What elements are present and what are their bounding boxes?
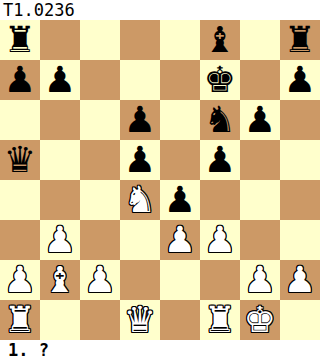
- square-a6[interactable]: [0, 100, 40, 140]
- square-h7[interactable]: ♟: [280, 60, 320, 100]
- square-g5[interactable]: [240, 140, 280, 180]
- square-a1[interactable]: ♜: [0, 300, 40, 340]
- square-b3[interactable]: ♟: [40, 220, 80, 260]
- black-rook[interactable]: ♜: [284, 20, 316, 60]
- square-c4[interactable]: [80, 180, 120, 220]
- black-rook[interactable]: ♜: [4, 20, 36, 60]
- square-d8[interactable]: [120, 20, 160, 60]
- black-pawn[interactable]: ♟: [124, 100, 156, 140]
- white-bishop[interactable]: ♝: [44, 260, 76, 300]
- white-knight[interactable]: ♞: [124, 180, 156, 220]
- square-c5[interactable]: [80, 140, 120, 180]
- puzzle-id-label: T1.0236: [0, 0, 75, 20]
- square-g8[interactable]: [240, 20, 280, 60]
- square-b7[interactable]: ♟: [40, 60, 80, 100]
- square-a5[interactable]: ♛: [0, 140, 40, 180]
- square-e3[interactable]: ♟: [160, 220, 200, 260]
- black-knight[interactable]: ♞: [204, 100, 236, 140]
- square-b1[interactable]: [40, 300, 80, 340]
- square-d4[interactable]: ♞: [120, 180, 160, 220]
- square-d2[interactable]: [120, 260, 160, 300]
- square-e8[interactable]: [160, 20, 200, 60]
- square-a8[interactable]: ♜: [0, 20, 40, 60]
- square-c2[interactable]: ♟: [80, 260, 120, 300]
- white-rook[interactable]: ♜: [204, 300, 236, 340]
- square-h8[interactable]: ♜: [280, 20, 320, 60]
- square-a4[interactable]: [0, 180, 40, 220]
- square-e1[interactable]: [160, 300, 200, 340]
- square-e6[interactable]: [160, 100, 200, 140]
- square-f8[interactable]: ♝: [200, 20, 240, 60]
- black-pawn[interactable]: ♟: [204, 140, 236, 180]
- black-bishop[interactable]: ♝: [204, 20, 236, 60]
- chess-board: ♜♝♜♟♟♚♟♟♞♟♛♟♟♞♟♟♟♟♟♝♟♟♟♜♛♜♚: [0, 20, 320, 340]
- black-pawn[interactable]: ♟: [44, 60, 76, 100]
- square-g6[interactable]: ♟: [240, 100, 280, 140]
- square-c7[interactable]: [80, 60, 120, 100]
- square-c3[interactable]: [80, 220, 120, 260]
- square-h6[interactable]: [280, 100, 320, 140]
- square-a3[interactable]: [0, 220, 40, 260]
- square-d1[interactable]: ♛: [120, 300, 160, 340]
- square-b2[interactable]: ♝: [40, 260, 80, 300]
- square-g7[interactable]: [240, 60, 280, 100]
- square-g4[interactable]: [240, 180, 280, 220]
- square-h1[interactable]: [280, 300, 320, 340]
- square-h5[interactable]: [280, 140, 320, 180]
- white-pawn[interactable]: ♟: [44, 220, 76, 260]
- square-b8[interactable]: [40, 20, 80, 60]
- square-b6[interactable]: [40, 100, 80, 140]
- white-king[interactable]: ♚: [244, 300, 276, 340]
- square-h2[interactable]: ♟: [280, 260, 320, 300]
- white-queen[interactable]: ♛: [124, 300, 156, 340]
- square-f7[interactable]: ♚: [200, 60, 240, 100]
- footer-bar: 1. ?: [0, 340, 320, 360]
- square-e2[interactable]: [160, 260, 200, 300]
- square-d3[interactable]: [120, 220, 160, 260]
- square-b5[interactable]: [40, 140, 80, 180]
- move-prompt-label: 1. ?: [0, 340, 49, 360]
- square-g2[interactable]: ♟: [240, 260, 280, 300]
- square-e7[interactable]: [160, 60, 200, 100]
- square-c1[interactable]: [80, 300, 120, 340]
- white-pawn[interactable]: ♟: [284, 260, 316, 300]
- white-pawn[interactable]: ♟: [164, 220, 196, 260]
- square-e5[interactable]: [160, 140, 200, 180]
- black-king[interactable]: ♚: [204, 60, 236, 100]
- square-g1[interactable]: ♚: [240, 300, 280, 340]
- square-f3[interactable]: ♟: [200, 220, 240, 260]
- square-e4[interactable]: ♟: [160, 180, 200, 220]
- square-f2[interactable]: [200, 260, 240, 300]
- square-d5[interactable]: ♟: [120, 140, 160, 180]
- white-pawn[interactable]: ♟: [204, 220, 236, 260]
- square-a7[interactable]: ♟: [0, 60, 40, 100]
- black-pawn[interactable]: ♟: [164, 180, 196, 220]
- white-pawn[interactable]: ♟: [4, 260, 36, 300]
- black-pawn[interactable]: ♟: [4, 60, 36, 100]
- white-pawn[interactable]: ♟: [244, 260, 276, 300]
- square-f4[interactable]: [200, 180, 240, 220]
- square-d7[interactable]: [120, 60, 160, 100]
- header-bar: T1.0236: [0, 0, 320, 20]
- black-queen[interactable]: ♛: [4, 140, 36, 180]
- black-pawn[interactable]: ♟: [124, 140, 156, 180]
- square-f1[interactable]: ♜: [200, 300, 240, 340]
- square-c6[interactable]: [80, 100, 120, 140]
- white-rook[interactable]: ♜: [4, 300, 36, 340]
- black-pawn[interactable]: ♟: [284, 60, 316, 100]
- square-g3[interactable]: [240, 220, 280, 260]
- square-h3[interactable]: [280, 220, 320, 260]
- square-b4[interactable]: [40, 180, 80, 220]
- white-pawn[interactable]: ♟: [84, 260, 116, 300]
- square-h4[interactable]: [280, 180, 320, 220]
- square-c8[interactable]: [80, 20, 120, 60]
- square-f5[interactable]: ♟: [200, 140, 240, 180]
- square-f6[interactable]: ♞: [200, 100, 240, 140]
- black-pawn[interactable]: ♟: [244, 100, 276, 140]
- square-a2[interactable]: ♟: [0, 260, 40, 300]
- square-d6[interactable]: ♟: [120, 100, 160, 140]
